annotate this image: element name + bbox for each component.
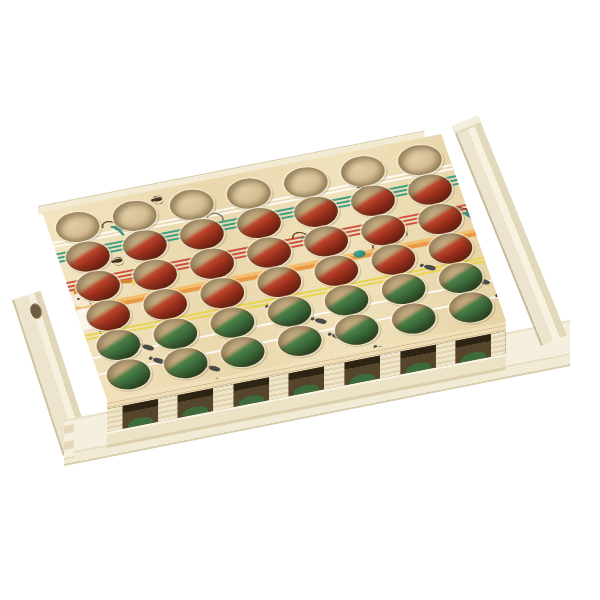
monkey-head xyxy=(470,203,481,210)
rail-end-cap xyxy=(452,116,481,135)
footprint-mark xyxy=(498,294,506,301)
spacer-post xyxy=(491,331,506,357)
finger-joint xyxy=(64,424,74,460)
product-photo-scene xyxy=(0,0,600,600)
handle-notch xyxy=(28,302,43,321)
spacer-post xyxy=(107,406,123,432)
